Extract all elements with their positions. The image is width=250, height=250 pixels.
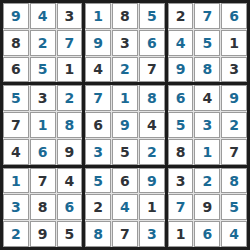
cell-r5c5[interactable]: 9 [112, 112, 138, 138]
box-1: 943827651 [3, 3, 82, 82]
box-4: 532718469 [3, 85, 82, 164]
cell-r3c5[interactable]: 2 [112, 57, 138, 83]
cell-r1c6[interactable]: 5 [139, 3, 165, 29]
cell-r8c6[interactable]: 1 [139, 194, 165, 220]
cell-r2c8[interactable]: 5 [194, 30, 220, 56]
cell-r1c3[interactable]: 3 [57, 3, 83, 29]
cell-r6c8[interactable]: 1 [194, 139, 220, 165]
cell-r9c3[interactable]: 5 [57, 221, 83, 247]
cell-r3c3[interactable]: 1 [57, 57, 83, 83]
cell-r9c6[interactable]: 3 [139, 221, 165, 247]
cell-r7c8[interactable]: 2 [194, 168, 220, 194]
cell-r6c5[interactable]: 5 [112, 139, 138, 165]
cell-r8c4[interactable]: 2 [85, 194, 111, 220]
cell-r5c9[interactable]: 2 [221, 112, 247, 138]
cell-r5c7[interactable]: 5 [168, 112, 194, 138]
cell-r7c6[interactable]: 9 [139, 168, 165, 194]
box-7: 174386295 [3, 168, 82, 247]
cell-r6c9[interactable]: 7 [221, 139, 247, 165]
cell-r4c9[interactable]: 9 [221, 85, 247, 111]
box-2: 185936427 [85, 3, 164, 82]
cell-r2c7[interactable]: 4 [168, 30, 194, 56]
cell-r6c2[interactable]: 6 [30, 139, 56, 165]
cell-r7c1[interactable]: 1 [3, 168, 29, 194]
cell-r3c6[interactable]: 7 [139, 57, 165, 83]
cell-r1c5[interactable]: 8 [112, 3, 138, 29]
cell-r8c9[interactable]: 5 [221, 194, 247, 220]
cell-r1c1[interactable]: 9 [3, 3, 29, 29]
cell-r7c4[interactable]: 5 [85, 168, 111, 194]
cell-r4c3[interactable]: 2 [57, 85, 83, 111]
cell-r6c1[interactable]: 4 [3, 139, 29, 165]
cell-r1c7[interactable]: 2 [168, 3, 194, 29]
cell-r9c1[interactable]: 2 [3, 221, 29, 247]
cell-r7c3[interactable]: 4 [57, 168, 83, 194]
cell-r7c7[interactable]: 3 [168, 168, 194, 194]
cell-r3c7[interactable]: 9 [168, 57, 194, 83]
cell-r2c1[interactable]: 8 [3, 30, 29, 56]
cell-r8c5[interactable]: 4 [112, 194, 138, 220]
cell-r9c5[interactable]: 7 [112, 221, 138, 247]
cell-r9c9[interactable]: 4 [221, 221, 247, 247]
box-5: 718694352 [85, 85, 164, 164]
cell-r2c9[interactable]: 1 [221, 30, 247, 56]
cell-r3c2[interactable]: 5 [30, 57, 56, 83]
cell-r4c8[interactable]: 4 [194, 85, 220, 111]
cell-r8c7[interactable]: 7 [168, 194, 194, 220]
cell-r9c7[interactable]: 1 [168, 221, 194, 247]
cell-r5c1[interactable]: 7 [3, 112, 29, 138]
cell-r8c2[interactable]: 8 [30, 194, 56, 220]
cell-r4c7[interactable]: 6 [168, 85, 194, 111]
cell-r3c1[interactable]: 6 [3, 57, 29, 83]
cell-r5c8[interactable]: 3 [194, 112, 220, 138]
cell-r2c4[interactable]: 9 [85, 30, 111, 56]
cell-r4c6[interactable]: 8 [139, 85, 165, 111]
cell-r8c1[interactable]: 3 [3, 194, 29, 220]
cell-r4c2[interactable]: 3 [30, 85, 56, 111]
cell-r6c7[interactable]: 8 [168, 139, 194, 165]
box-9: 328795164 [168, 168, 247, 247]
cell-r2c5[interactable]: 3 [112, 30, 138, 56]
cell-r9c2[interactable]: 9 [30, 221, 56, 247]
cell-r1c8[interactable]: 7 [194, 3, 220, 29]
cell-r1c2[interactable]: 4 [30, 3, 56, 29]
cell-r6c4[interactable]: 3 [85, 139, 111, 165]
box-6: 649532817 [168, 85, 247, 164]
cell-r7c5[interactable]: 6 [112, 168, 138, 194]
cell-r6c3[interactable]: 9 [57, 139, 83, 165]
cell-r9c8[interactable]: 6 [194, 221, 220, 247]
cell-r7c9[interactable]: 8 [221, 168, 247, 194]
cell-r3c4[interactable]: 4 [85, 57, 111, 83]
cell-r6c6[interactable]: 2 [139, 139, 165, 165]
cell-r4c4[interactable]: 7 [85, 85, 111, 111]
cell-r5c4[interactable]: 6 [85, 112, 111, 138]
sudoku-board: 9438276511859364272764519835327184697186… [0, 0, 250, 250]
cell-r2c3[interactable]: 7 [57, 30, 83, 56]
cell-r1c9[interactable]: 6 [221, 3, 247, 29]
cell-r3c9[interactable]: 3 [221, 57, 247, 83]
cell-r2c2[interactable]: 2 [30, 30, 56, 56]
box-8: 569241873 [85, 168, 164, 247]
cell-r3c8[interactable]: 8 [194, 57, 220, 83]
cell-r7c2[interactable]: 7 [30, 168, 56, 194]
cell-r2c6[interactable]: 6 [139, 30, 165, 56]
cell-r8c3[interactable]: 6 [57, 194, 83, 220]
cell-r4c1[interactable]: 5 [3, 85, 29, 111]
box-3: 276451983 [168, 3, 247, 82]
cell-r5c2[interactable]: 1 [30, 112, 56, 138]
cell-r1c4[interactable]: 1 [85, 3, 111, 29]
cell-r8c8[interactable]: 9 [194, 194, 220, 220]
cell-r4c5[interactable]: 1 [112, 85, 138, 111]
cell-r9c4[interactable]: 8 [85, 221, 111, 247]
cell-r5c6[interactable]: 4 [139, 112, 165, 138]
cell-r5c3[interactable]: 8 [57, 112, 83, 138]
